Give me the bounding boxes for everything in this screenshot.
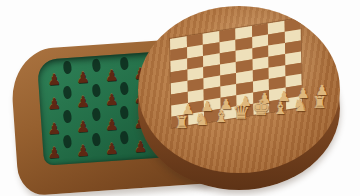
drawer-cell: ♟: [75, 83, 104, 110]
drawer-cell: ♟: [75, 58, 104, 85]
felt-piece-slot: [91, 132, 101, 146]
drawer-cell: ♟: [46, 134, 75, 161]
felt-piece-slot: [91, 107, 101, 121]
felt-piece-slot: [120, 56, 130, 70]
felt-piece-slot: [62, 109, 72, 123]
drawer-cell: ♟: [104, 56, 133, 83]
white-piece-knight[interactable]: ♞: [194, 111, 209, 128]
felt-piece-slot: [62, 85, 72, 99]
felt-piece-slot: [120, 105, 130, 119]
drawer-cell: ♟: [46, 85, 75, 112]
felt-piece-slot: [62, 134, 72, 148]
drawer-cell: ♟: [104, 130, 133, 157]
drawer-cell: ♟: [75, 107, 104, 134]
white-piece-rook[interactable]: ♜: [313, 95, 327, 111]
felt-piece-slot: [120, 81, 130, 95]
felt-piece-slot: [91, 83, 101, 97]
white-piece-bishop[interactable]: ♝: [273, 100, 288, 117]
drawer-cell: ♟: [46, 109, 75, 136]
felt-piece-slot: [62, 60, 72, 74]
white-piece-knight[interactable]: ♞: [293, 97, 308, 114]
black-piece[interactable]: ♟: [47, 146, 60, 162]
white-piece-king[interactable]: ♚: [251, 98, 270, 119]
drawer-cell: ♟: [104, 105, 133, 132]
white-piece-bishop[interactable]: ♝: [214, 108, 229, 125]
black-piece[interactable]: ♟: [76, 144, 89, 160]
white-piece-queen[interactable]: ♛: [232, 102, 250, 122]
drawer-cell: ♟: [75, 132, 104, 159]
felt-piece-slot: [91, 58, 101, 72]
drawer-cell: ♟: [104, 81, 133, 108]
felt-piece-slot: [120, 130, 130, 144]
white-piece-rook[interactable]: ♜: [175, 115, 189, 131]
drawer-cell: ♟: [46, 60, 75, 87]
travel-chess-set-scene: ♟♟♟♟♟♟♟♟♟♟♟♟♟♟♟♟ ♟♟♟♟♟♟♟♟♜♞♝♛♚♝♞♜: [0, 0, 360, 196]
black-piece[interactable]: ♟: [105, 142, 118, 158]
